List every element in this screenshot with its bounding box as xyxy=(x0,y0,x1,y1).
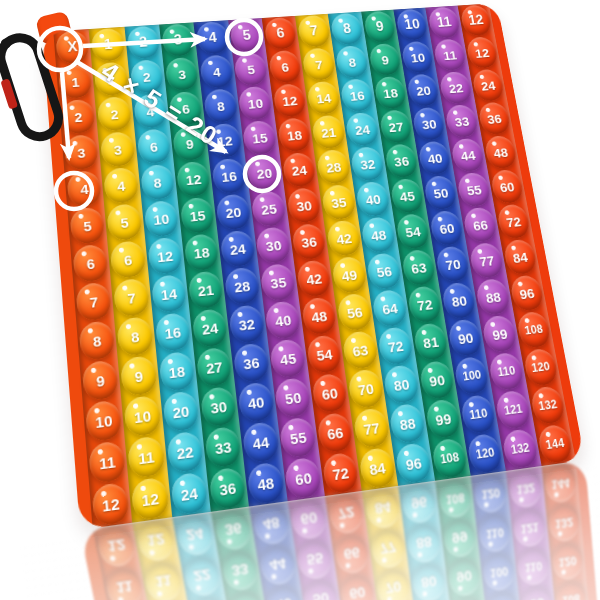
arrow-x-to-5 xyxy=(83,39,205,46)
highlight-circle-5 xyxy=(227,20,261,54)
highlight-circle-20 xyxy=(245,157,279,191)
arrow-x-to-4 xyxy=(62,72,69,158)
carabiner-icon xyxy=(0,30,63,144)
highlight-circle-4 xyxy=(56,173,92,209)
product-photo-scene: X123456789101112112345678910111222468101… xyxy=(0,0,600,600)
annotation-overlay xyxy=(0,0,600,600)
highlight-circle-x xyxy=(39,28,81,70)
